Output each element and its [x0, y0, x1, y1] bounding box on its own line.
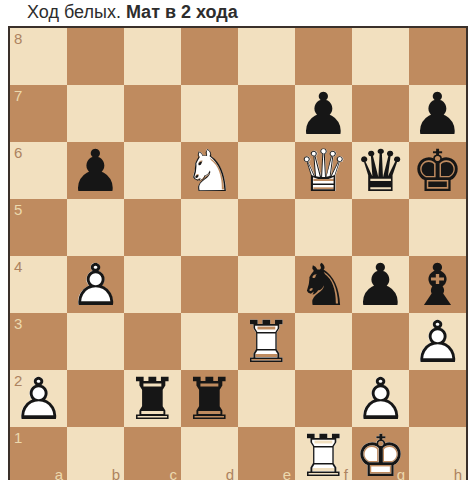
page: Ход белых. Мат в 2 хода 87♟♟6♟♞♘♛♕♛♚54♟♙… [0, 0, 469, 480]
rank-label-1: 1 [14, 430, 22, 445]
square-c1[interactable]: c [124, 427, 181, 480]
rank-label-6: 6 [14, 145, 22, 160]
file-label-b: b [112, 467, 120, 480]
square-f2[interactable] [295, 370, 352, 427]
square-f8[interactable] [295, 28, 352, 85]
square-h1[interactable]: h [409, 427, 466, 480]
black-knight-glyph: ♞ [295, 256, 352, 313]
caption-side-to-move: Ход белых. [27, 2, 121, 22]
square-f7[interactable]: ♟ [295, 85, 352, 142]
rank-label-3: 3 [14, 316, 22, 331]
square-e1[interactable]: e [238, 427, 295, 480]
square-b3[interactable] [67, 313, 124, 370]
black-pawn-glyph: ♟ [67, 142, 124, 199]
square-a3[interactable]: 3 [10, 313, 67, 370]
square-g8[interactable] [352, 28, 409, 85]
piece-black-pawn[interactable]: ♟ [295, 85, 352, 142]
square-g6[interactable]: ♛ [352, 142, 409, 199]
square-d5[interactable] [181, 199, 238, 256]
black-pawn-glyph: ♟ [295, 85, 352, 142]
square-c6[interactable] [124, 142, 181, 199]
square-e6[interactable] [238, 142, 295, 199]
square-g1[interactable]: g♚♔ [352, 427, 409, 480]
square-c8[interactable] [124, 28, 181, 85]
square-e3[interactable]: ♜♖ [238, 313, 295, 370]
black-queen-glyph: ♛ [352, 142, 409, 199]
square-f1[interactable]: f♜♖ [295, 427, 352, 480]
square-d6[interactable]: ♞♘ [181, 142, 238, 199]
square-h4[interactable]: ♝ [409, 256, 466, 313]
square-f3[interactable] [295, 313, 352, 370]
rank-label-8: 8 [14, 31, 22, 46]
square-g4[interactable]: ♟ [352, 256, 409, 313]
white-pawn-glyph-outline: ♙ [352, 370, 409, 427]
square-e5[interactable] [238, 199, 295, 256]
piece-black-bishop[interactable]: ♝ [409, 256, 466, 313]
square-c4[interactable] [124, 256, 181, 313]
white-queen-glyph-fill: ♛ [295, 142, 352, 199]
file-label-e: e [283, 467, 291, 480]
square-d3[interactable] [181, 313, 238, 370]
square-e7[interactable] [238, 85, 295, 142]
black-king-glyph: ♚ [409, 142, 466, 199]
white-queen-glyph-outline: ♕ [295, 142, 352, 199]
square-c7[interactable] [124, 85, 181, 142]
white-king-glyph-outline: ♔ [352, 427, 409, 480]
black-pawn-glyph: ♟ [352, 256, 409, 313]
rank-label-5: 5 [14, 202, 22, 217]
piece-white-pawn[interactable]: ♟♙ [352, 370, 409, 427]
piece-black-rook[interactable]: ♜ [181, 370, 238, 427]
square-f5[interactable] [295, 199, 352, 256]
rank-label-7: 7 [14, 88, 22, 103]
white-knight-glyph-outline: ♘ [181, 142, 238, 199]
square-g5[interactable] [352, 199, 409, 256]
white-knight-glyph-fill: ♞ [181, 142, 238, 199]
square-h3[interactable]: ♟♙ [409, 313, 466, 370]
square-a8[interactable]: 8 [10, 28, 67, 85]
square-e8[interactable] [238, 28, 295, 85]
square-a4[interactable]: 4 [10, 256, 67, 313]
square-a6[interactable]: 6 [10, 142, 67, 199]
square-f4[interactable]: ♞ [295, 256, 352, 313]
square-d8[interactable] [181, 28, 238, 85]
square-b6[interactable]: ♟ [67, 142, 124, 199]
piece-white-knight[interactable]: ♞♘ [181, 142, 238, 199]
piece-white-queen[interactable]: ♛♕ [295, 142, 352, 199]
file-label-d: d [226, 467, 234, 480]
square-e2[interactable] [238, 370, 295, 427]
puzzle-caption: Ход белых. Мат в 2 хода [27, 0, 238, 26]
square-b4[interactable]: ♟♙ [67, 256, 124, 313]
piece-black-rook[interactable]: ♜ [124, 370, 181, 427]
white-pawn-glyph-outline: ♙ [409, 313, 466, 370]
square-b8[interactable] [67, 28, 124, 85]
piece-white-pawn[interactable]: ♟♙ [67, 256, 124, 313]
piece-black-queen[interactable]: ♛ [352, 142, 409, 199]
piece-black-knight[interactable]: ♞ [295, 256, 352, 313]
piece-white-rook[interactable]: ♜♖ [295, 427, 352, 480]
white-pawn-glyph-fill: ♟ [409, 313, 466, 370]
square-h6[interactable]: ♚ [409, 142, 466, 199]
square-d2[interactable]: ♜ [181, 370, 238, 427]
square-b5[interactable] [67, 199, 124, 256]
piece-black-pawn[interactable]: ♟ [67, 142, 124, 199]
piece-white-rook[interactable]: ♜♖ [238, 313, 295, 370]
white-rook-glyph-fill: ♜ [295, 427, 352, 480]
piece-black-pawn[interactable]: ♟ [352, 256, 409, 313]
white-pawn-glyph-fill: ♟ [352, 370, 409, 427]
piece-white-king[interactable]: ♚♔ [352, 427, 409, 480]
white-rook-glyph-outline: ♖ [238, 313, 295, 370]
white-pawn-glyph-outline: ♙ [67, 256, 124, 313]
white-pawn-glyph-fill: ♟ [67, 256, 124, 313]
piece-black-king[interactable]: ♚ [409, 142, 466, 199]
rank-label-4: 4 [14, 259, 22, 274]
square-c3[interactable] [124, 313, 181, 370]
square-b1[interactable]: b [67, 427, 124, 480]
square-h5[interactable] [409, 199, 466, 256]
square-b7[interactable] [67, 85, 124, 142]
square-c5[interactable] [124, 199, 181, 256]
white-pawn-glyph-fill: ♟ [10, 370, 67, 427]
square-c2[interactable]: ♜ [124, 370, 181, 427]
file-label-a: a [55, 467, 63, 480]
square-h7[interactable]: ♟ [409, 85, 466, 142]
square-e4[interactable] [238, 256, 295, 313]
square-d1[interactable]: d [181, 427, 238, 480]
caption-task: Мат в 2 хода [126, 2, 238, 22]
square-g2[interactable]: ♟♙ [352, 370, 409, 427]
square-d4[interactable] [181, 256, 238, 313]
square-a7[interactable]: 7 [10, 85, 67, 142]
square-g7[interactable] [352, 85, 409, 142]
piece-white-pawn[interactable]: ♟♙ [409, 313, 466, 370]
file-label-c: c [170, 467, 178, 480]
black-rook-glyph: ♜ [181, 370, 238, 427]
black-rook-glyph: ♜ [124, 370, 181, 427]
square-a2[interactable]: 2♟♙ [10, 370, 67, 427]
white-rook-glyph-fill: ♜ [238, 313, 295, 370]
square-d7[interactable] [181, 85, 238, 142]
square-b2[interactable] [67, 370, 124, 427]
square-a5[interactable]: 5 [10, 199, 67, 256]
file-label-h: h [454, 467, 462, 480]
board: 87♟♟6♟♞♘♛♕♛♚54♟♙♞♟♝3♜♖♟♙2♟♙♜♜♟♙1abcdef♜♖… [8, 26, 468, 480]
black-pawn-glyph: ♟ [409, 85, 466, 142]
white-pawn-glyph-outline: ♙ [10, 370, 67, 427]
white-rook-glyph-outline: ♖ [295, 427, 352, 480]
square-f6[interactable]: ♛♕ [295, 142, 352, 199]
piece-black-pawn[interactable]: ♟ [409, 85, 466, 142]
white-king-glyph-fill: ♚ [352, 427, 409, 480]
square-a1[interactable]: 1a [10, 427, 67, 480]
black-bishop-glyph: ♝ [409, 256, 466, 313]
square-h2[interactable] [409, 370, 466, 427]
square-h8[interactable] [409, 28, 466, 85]
piece-white-pawn[interactable]: ♟♙ [10, 370, 67, 427]
square-g3[interactable] [352, 313, 409, 370]
